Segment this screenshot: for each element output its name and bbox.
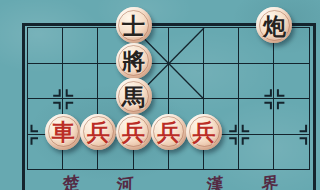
point-marker — [53, 89, 60, 96]
river-label: 界 — [261, 171, 278, 190]
piece-glyph: 炮 — [263, 14, 286, 37]
xiangqi-board: 楚河漢界 士炮將馬車兵兵兵兵 — [0, 0, 320, 190]
point-marker — [264, 103, 271, 110]
piece-black-general[interactable]: 將 — [116, 43, 152, 79]
piece-red-soldier[interactable]: 兵 — [116, 114, 152, 150]
piece-black-advisor[interactable]: 士 — [116, 7, 152, 43]
point-marker — [300, 125, 307, 132]
piece-red-soldier[interactable]: 兵 — [80, 114, 116, 150]
piece-glyph: 兵 — [193, 120, 216, 143]
point-marker — [300, 138, 307, 145]
piece-black-horse[interactable]: 馬 — [116, 78, 152, 114]
point-marker — [67, 89, 74, 96]
point-marker — [278, 103, 285, 110]
river-label: 河 — [116, 172, 133, 190]
point-marker — [278, 89, 285, 96]
piece-red-soldier[interactable]: 兵 — [186, 114, 222, 150]
piece-glyph: 士 — [122, 14, 145, 37]
point-marker — [229, 138, 236, 145]
river-label: 楚 — [62, 171, 79, 190]
piece-glyph: 兵 — [157, 120, 180, 143]
river-label: 漢 — [206, 172, 223, 190]
point-marker — [53, 103, 60, 110]
piece-glyph: 兵 — [87, 120, 110, 143]
piece-red-chariot[interactable]: 車 — [45, 114, 81, 150]
point-marker — [243, 138, 250, 145]
point-marker — [229, 125, 236, 132]
point-marker — [243, 125, 250, 132]
piece-glyph: 將 — [122, 49, 145, 72]
point-marker — [264, 89, 271, 96]
piece-glyph: 車 — [52, 120, 75, 143]
point-marker — [67, 103, 74, 110]
piece-glyph: 馬 — [122, 85, 145, 108]
piece-glyph: 兵 — [122, 120, 145, 143]
point-marker — [32, 138, 39, 145]
point-marker — [32, 125, 39, 132]
piece-red-soldier[interactable]: 兵 — [151, 114, 187, 150]
